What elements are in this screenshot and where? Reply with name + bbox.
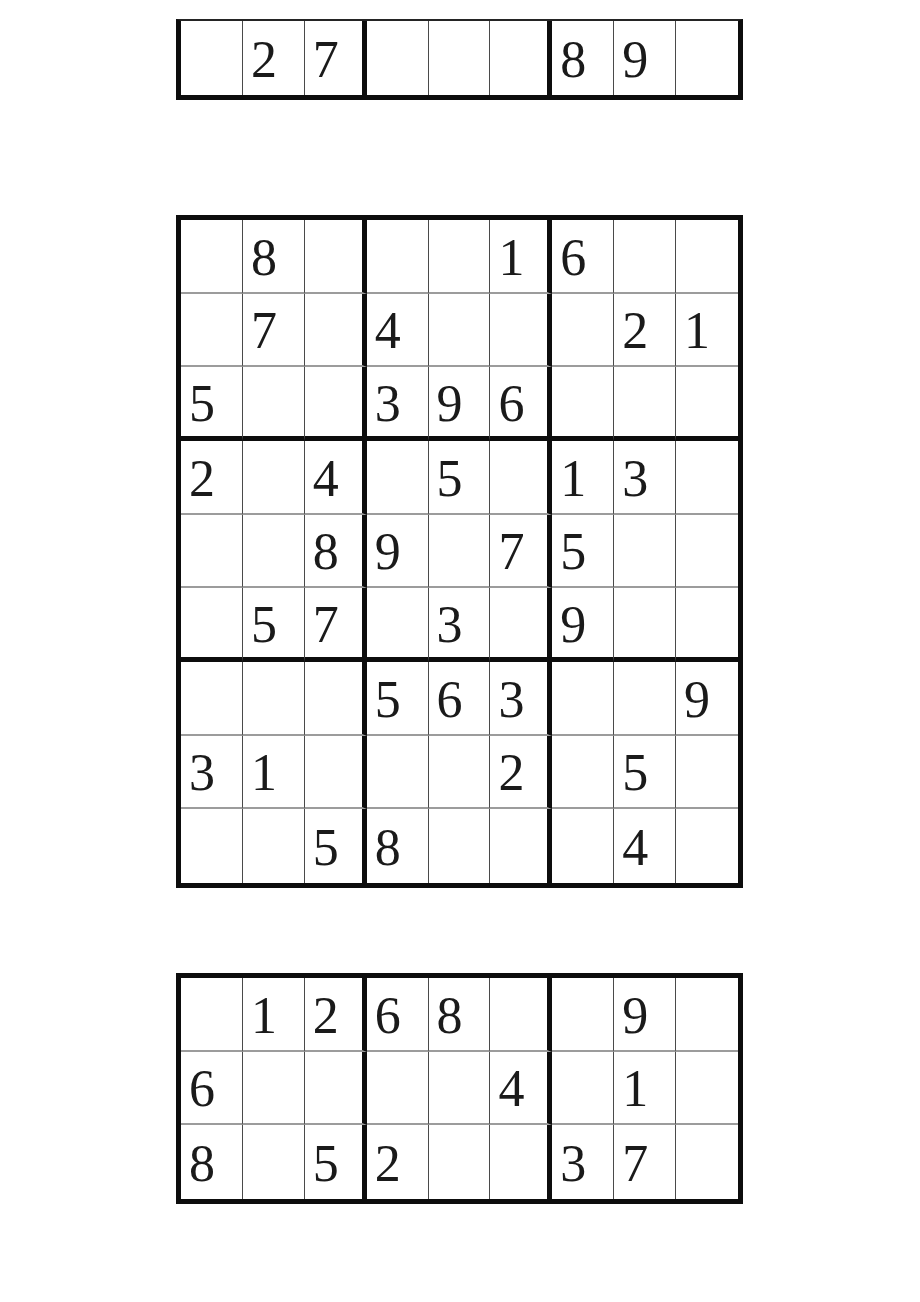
given-digit: 3 <box>622 453 648 505</box>
worksheet-page: { "game": "sudoku", "page": { "backgroun… <box>0 0 920 1302</box>
given-digit: 2 <box>189 453 215 505</box>
cell-r2c7[interactable] <box>552 1052 614 1126</box>
given-digit: 1 <box>498 232 524 284</box>
cell-r6c9[interactable] <box>676 588 738 662</box>
given-digit: 1 <box>560 453 586 505</box>
given-digit: 6 <box>437 674 463 726</box>
cell-r4c7[interactable]: 1 <box>552 441 614 515</box>
cell-r1c2[interactable]: 1 <box>243 978 305 1052</box>
cell-r3c1[interactable]: 5 <box>181 367 243 441</box>
cell-r6c5[interactable]: 3 <box>429 588 491 662</box>
cell-r1c7[interactable]: 8 <box>552 21 614 95</box>
cell-r7c5[interactable]: 6 <box>429 662 491 736</box>
cell-r2c6[interactable]: 4 <box>490 1052 552 1126</box>
given-digit: 3 <box>498 674 524 726</box>
cell-r2c3[interactable] <box>305 1052 367 1126</box>
cell-r2c9[interactable] <box>676 1052 738 1126</box>
cell-r1c5[interactable] <box>429 220 491 294</box>
given-digit: 1 <box>251 990 277 1042</box>
cell-r8c6[interactable]: 2 <box>490 736 552 810</box>
given-digit: 8 <box>560 34 586 86</box>
given-digit: 7 <box>251 305 277 357</box>
cell-r1c4[interactable]: 6 <box>367 978 429 1052</box>
cell-r8c8[interactable]: 5 <box>614 736 676 810</box>
cell-r8c1[interactable]: 3 <box>181 736 243 810</box>
cell-r1c4[interactable] <box>367 21 429 95</box>
cell-r3c5[interactable]: 9 <box>429 367 491 441</box>
given-digit: 3 <box>560 1138 586 1190</box>
cell-r5c5[interactable] <box>429 515 491 589</box>
given-digit: 5 <box>313 1138 339 1190</box>
cell-r3c2[interactable] <box>243 367 305 441</box>
given-digit: 8 <box>313 526 339 578</box>
cell-r3c4[interactable]: 2 <box>367 1125 429 1199</box>
given-digit: 2 <box>251 34 277 86</box>
cell-r4c3[interactable]: 4 <box>305 441 367 515</box>
given-digit: 4 <box>313 453 339 505</box>
given-digit: 9 <box>622 34 648 86</box>
previous-puzzle-last-row-grid: 2789 <box>176 19 743 100</box>
cell-r5c6[interactable]: 7 <box>490 515 552 589</box>
cell-r5c7[interactable]: 5 <box>552 515 614 589</box>
cell-r1c3[interactable]: 7 <box>305 21 367 95</box>
cell-r9c7[interactable] <box>552 809 614 883</box>
given-digit: 5 <box>437 453 463 505</box>
cell-r1c9[interactable] <box>676 21 738 95</box>
cell-r5c4[interactable]: 9 <box>367 515 429 589</box>
cell-r2c8[interactable]: 2 <box>614 294 676 368</box>
given-digit: 1 <box>622 1063 648 1115</box>
cell-r9c4[interactable]: 8 <box>367 809 429 883</box>
cell-r4c2[interactable] <box>243 441 305 515</box>
cell-r2c8[interactable]: 1 <box>614 1052 676 1126</box>
cell-r1c2[interactable]: 8 <box>243 220 305 294</box>
given-digit: 1 <box>684 305 710 357</box>
given-digit: 2 <box>498 747 524 799</box>
main-sudoku-grid: 81674215396245138975573956393125584 <box>176 215 743 888</box>
cell-r4c5[interactable]: 5 <box>429 441 491 515</box>
cell-r7c7[interactable] <box>552 662 614 736</box>
cell-r1c6[interactable]: 1 <box>490 220 552 294</box>
cell-r9c5[interactable] <box>429 809 491 883</box>
cell-r1c8[interactable]: 9 <box>614 978 676 1052</box>
cell-r2c5[interactable] <box>429 1052 491 1126</box>
cell-r9c2[interactable] <box>243 809 305 883</box>
cell-r3c7[interactable]: 3 <box>552 1125 614 1199</box>
given-digit: 7 <box>498 526 524 578</box>
cell-r2c6[interactable] <box>490 294 552 368</box>
cell-r1c1[interactable] <box>181 21 243 95</box>
given-digit: 4 <box>498 1063 524 1115</box>
cell-r2c7[interactable] <box>552 294 614 368</box>
cell-r4c4[interactable] <box>367 441 429 515</box>
cell-r5c3[interactable]: 8 <box>305 515 367 589</box>
cell-r8c4[interactable] <box>367 736 429 810</box>
cell-r9c9[interactable] <box>676 809 738 883</box>
cell-r3c9[interactable] <box>676 367 738 441</box>
cell-r7c9[interactable]: 9 <box>676 662 738 736</box>
given-digit: 8 <box>251 232 277 284</box>
cell-r9c6[interactable] <box>490 809 552 883</box>
cell-r4c1[interactable]: 2 <box>181 441 243 515</box>
given-digit: 5 <box>189 378 215 430</box>
cell-r2c3[interactable] <box>305 294 367 368</box>
cell-r5c9[interactable] <box>676 515 738 589</box>
cell-r3c7[interactable] <box>552 367 614 441</box>
cell-r1c5[interactable] <box>429 21 491 95</box>
given-digit: 4 <box>375 305 401 357</box>
cell-r2c4[interactable] <box>367 1052 429 1126</box>
given-digit: 4 <box>622 822 648 874</box>
given-digit: 6 <box>189 1063 215 1115</box>
given-digit: 9 <box>375 526 401 578</box>
given-digit: 9 <box>684 674 710 726</box>
cell-r2c9[interactable]: 1 <box>676 294 738 368</box>
cell-r7c6[interactable]: 3 <box>490 662 552 736</box>
cell-r3c9[interactable] <box>676 1125 738 1199</box>
cell-r3c8[interactable]: 7 <box>614 1125 676 1199</box>
cell-r8c3[interactable] <box>305 736 367 810</box>
given-digit: 5 <box>560 526 586 578</box>
cell-r1c6[interactable] <box>490 978 552 1052</box>
given-digit: 2 <box>375 1138 401 1190</box>
cell-r6c7[interactable]: 9 <box>552 588 614 662</box>
cell-r4c8[interactable]: 3 <box>614 441 676 515</box>
given-digit: 5 <box>622 747 648 799</box>
given-digit: 3 <box>189 747 215 799</box>
cell-r7c2[interactable] <box>243 662 305 736</box>
cell-r2c4[interactable]: 4 <box>367 294 429 368</box>
cell-r3c6[interactable]: 6 <box>490 367 552 441</box>
cell-r2c5[interactable] <box>429 294 491 368</box>
cell-r1c2[interactable]: 2 <box>243 21 305 95</box>
cell-r7c3[interactable] <box>305 662 367 736</box>
cell-r2c1[interactable]: 6 <box>181 1052 243 1126</box>
cell-r6c4[interactable] <box>367 588 429 662</box>
cell-r1c9[interactable] <box>676 220 738 294</box>
cell-r1c8[interactable] <box>614 220 676 294</box>
given-digit: 3 <box>375 378 401 430</box>
given-digit: 5 <box>375 674 401 726</box>
given-digit: 6 <box>498 378 524 430</box>
given-digit: 9 <box>437 378 463 430</box>
given-digit: 7 <box>622 1138 648 1190</box>
cell-r3c6[interactable] <box>490 1125 552 1199</box>
cell-r5c8[interactable] <box>614 515 676 589</box>
cell-r1c3[interactable] <box>305 220 367 294</box>
given-digit: 6 <box>375 990 401 1042</box>
cell-r9c8[interactable]: 4 <box>614 809 676 883</box>
cell-r7c8[interactable] <box>614 662 676 736</box>
given-digit: 8 <box>437 990 463 1042</box>
cell-r9c3[interactable]: 5 <box>305 809 367 883</box>
given-digit: 8 <box>375 822 401 874</box>
cell-r3c1[interactable]: 8 <box>181 1125 243 1199</box>
cell-r3c3[interactable] <box>305 367 367 441</box>
given-digit: 2 <box>313 990 339 1042</box>
given-digit: 1 <box>251 747 277 799</box>
given-digit: 2 <box>622 305 648 357</box>
cell-r2c2[interactable]: 7 <box>243 294 305 368</box>
cell-r3c4[interactable]: 3 <box>367 367 429 441</box>
cell-r7c1[interactable] <box>181 662 243 736</box>
cell-r3c8[interactable] <box>614 367 676 441</box>
cell-r6c2[interactable]: 5 <box>243 588 305 662</box>
given-digit: 6 <box>560 232 586 284</box>
given-digit: 8 <box>189 1138 215 1190</box>
cell-r2c1[interactable] <box>181 294 243 368</box>
cell-r1c8[interactable]: 9 <box>614 21 676 95</box>
cell-r1c1[interactable] <box>181 978 243 1052</box>
cell-r2c2[interactable] <box>243 1052 305 1126</box>
cell-r8c2[interactable]: 1 <box>243 736 305 810</box>
given-digit: 7 <box>313 34 339 86</box>
cell-r8c9[interactable] <box>676 736 738 810</box>
cell-r1c5[interactable]: 8 <box>429 978 491 1052</box>
given-digit: 9 <box>560 599 586 651</box>
cell-r1c7[interactable]: 6 <box>552 220 614 294</box>
cell-r1c4[interactable] <box>367 220 429 294</box>
cell-r1c6[interactable] <box>490 21 552 95</box>
cell-r6c1[interactable] <box>181 588 243 662</box>
given-digit: 9 <box>622 990 648 1042</box>
cell-r9c1[interactable] <box>181 809 243 883</box>
cell-r1c9[interactable] <box>676 978 738 1052</box>
cell-r7c4[interactable]: 5 <box>367 662 429 736</box>
cell-r6c3[interactable]: 7 <box>305 588 367 662</box>
cell-r3c3[interactable]: 5 <box>305 1125 367 1199</box>
cell-r5c1[interactable] <box>181 515 243 589</box>
cell-r3c2[interactable] <box>243 1125 305 1199</box>
given-digit: 5 <box>251 599 277 651</box>
cell-r1c7[interactable] <box>552 978 614 1052</box>
cell-r5c2[interactable] <box>243 515 305 589</box>
cell-r3c5[interactable] <box>429 1125 491 1199</box>
given-digit: 3 <box>437 599 463 651</box>
given-digit: 5 <box>313 822 339 874</box>
cell-r1c1[interactable] <box>181 220 243 294</box>
cell-r8c7[interactable] <box>552 736 614 810</box>
cell-r4c9[interactable] <box>676 441 738 515</box>
cell-r8c5[interactable] <box>429 736 491 810</box>
cell-r1c3[interactable]: 2 <box>305 978 367 1052</box>
next-puzzle-first-rows-grid: 1268964185237 <box>176 973 743 1204</box>
cell-r6c8[interactable] <box>614 588 676 662</box>
given-digit: 7 <box>313 599 339 651</box>
cell-r4c6[interactable] <box>490 441 552 515</box>
cell-r6c6[interactable] <box>490 588 552 662</box>
